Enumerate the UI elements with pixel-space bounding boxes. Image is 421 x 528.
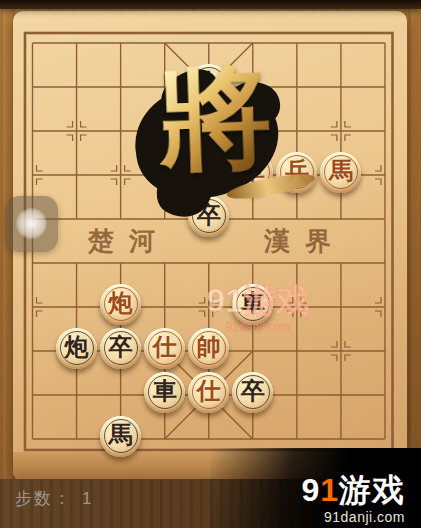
piece-red-advisor[interactable]: 仕 [188, 372, 229, 413]
river-label-chu: 楚河 [88, 227, 170, 257]
piece-black-horse[interactable]: 馬 [144, 108, 185, 149]
piece-black-horse[interactable]: 馬 [100, 416, 141, 457]
brand-logo-name: 游戏 [339, 472, 405, 508]
piece-character: 卒 [241, 379, 265, 403]
piece-character: 將 [241, 115, 265, 139]
piece-red-chariot[interactable]: 車 [232, 152, 273, 193]
piece-character: 馬 [329, 159, 353, 183]
floating-assist-button[interactable] [6, 196, 58, 252]
brand-logo: 91游戏 [301, 474, 405, 506]
brand-logo-9: 9 [301, 472, 320, 508]
piece-character: 馬 [153, 115, 177, 139]
piece-character: 車 [241, 291, 265, 315]
piece-black-advisor[interactable]: 士 [188, 64, 229, 105]
piece-black-chariot[interactable]: 車 [144, 372, 185, 413]
piece-character: 卒 [197, 203, 221, 227]
piece-character: 仕 [153, 335, 177, 359]
piece-character: 士 [197, 71, 221, 95]
piece-red-advisor[interactable]: 仕 [144, 328, 185, 369]
piece-character: 卒 [109, 335, 133, 359]
piece-red-horse[interactable]: 馬 [320, 152, 361, 193]
piece-red-cannon[interactable]: 炮 [100, 284, 141, 325]
piece-red-soldier[interactable]: 兵 [276, 152, 317, 193]
piece-character: 車 [241, 159, 265, 183]
step-counter: 步数：1 [15, 487, 91, 510]
piece-character: 炮 [109, 291, 133, 315]
piece-character: 炮 [65, 335, 89, 359]
river-label-han: 漢界 [264, 227, 346, 257]
piece-black-soldier[interactable]: 卒 [232, 372, 273, 413]
piece-character: 車 [153, 379, 177, 403]
piece-black-soldier[interactable]: 卒 [100, 328, 141, 369]
assist-button-dot [16, 208, 47, 239]
piece-black-soldier[interactable]: 卒 [188, 196, 229, 237]
step-counter-value: 1 [82, 489, 91, 508]
piece-red-general[interactable]: 帥 [188, 328, 229, 369]
piece-character: 兵 [285, 159, 309, 183]
piece-black-general[interactable]: 將 [232, 108, 273, 149]
piece-character: 仕 [197, 379, 221, 403]
step-counter-label: 步数： [15, 489, 72, 508]
brand-badge: 91游戏 91danji.com [301, 474, 405, 524]
brand-logo-1: 1 [320, 472, 339, 508]
brand-domain: 91danji.com [301, 510, 405, 524]
piece-black-chariot[interactable]: 車 [232, 284, 273, 325]
piece-black-cannon[interactable]: 炮 [56, 328, 97, 369]
piece-character: 帥 [197, 335, 221, 359]
piece-character: 馬 [109, 423, 133, 447]
